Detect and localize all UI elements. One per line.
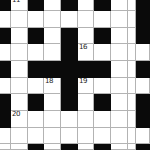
block-cell [28,0,44,11]
letter-cell[interactable] [78,0,94,11]
clue-number: 18 [45,78,53,85]
letter-cell[interactable] [44,28,61,44]
block-cell [28,144,44,150]
letter-cell[interactable] [94,78,111,94]
letter-cell[interactable] [61,128,78,144]
crossword-screenshot: 1116181920 [0,0,150,150]
letter-cell[interactable]: 16 [78,44,94,61]
clue-number: 20 [12,111,20,118]
letter-cell[interactable]: 11 [11,0,28,11]
letter-cell[interactable] [94,44,111,61]
letter-cell[interactable] [128,11,136,28]
letter-cell[interactable] [111,128,128,144]
letter-cell[interactable]: 20 [11,111,28,128]
letter-cell[interactable] [128,44,136,61]
letter-cell[interactable] [78,28,94,44]
letter-cell[interactable] [28,111,44,128]
clue-number: 11 [12,0,20,4]
letter-cell[interactable] [0,11,11,28]
letter-cell[interactable] [44,111,61,128]
letter-cell[interactable] [136,44,150,61]
letter-cell[interactable] [111,28,128,44]
letter-cell[interactable] [11,94,28,111]
letter-cell[interactable] [111,0,128,11]
letter-cell[interactable]: 18 [44,78,61,94]
block-cell [61,44,78,61]
letter-cell[interactable] [136,128,150,144]
letter-cell[interactable] [78,94,94,111]
letter-cell[interactable] [128,128,136,144]
letter-cell[interactable] [0,144,11,150]
letter-cell[interactable] [128,144,136,150]
block-cell [0,111,11,128]
block-cell [136,0,150,11]
block-cell [44,61,61,78]
letter-cell[interactable] [128,61,136,78]
block-cell [61,94,78,111]
letter-cell[interactable] [44,0,61,11]
block-cell [0,61,11,78]
block-cell [94,94,111,111]
letter-cell[interactable] [128,0,136,11]
letter-cell[interactable] [61,11,78,28]
block-cell [78,61,94,78]
block-cell [136,11,150,28]
letter-cell[interactable] [111,44,128,61]
letter-cell[interactable] [128,111,136,128]
letter-cell[interactable] [11,28,28,44]
letter-cell[interactable] [111,61,128,78]
block-cell [136,61,150,78]
letter-cell[interactable] [44,144,61,150]
letter-cell[interactable] [28,78,44,94]
block-cell [136,111,150,128]
letter-cell[interactable] [44,11,61,28]
block-cell [94,0,111,11]
letter-cell[interactable] [44,44,61,61]
letter-cell[interactable] [78,144,94,150]
letter-cell[interactable] [11,61,28,78]
letter-cell[interactable] [111,78,128,94]
block-cell [28,94,44,111]
letter-cell[interactable] [94,128,111,144]
block-cell [28,28,44,44]
clue-number: 19 [79,78,87,85]
letter-cell[interactable] [44,94,61,111]
letter-cell[interactable] [61,111,78,128]
letter-cell[interactable] [94,11,111,28]
letter-cell[interactable] [128,94,136,111]
crossword-grid: 1116181920 [0,0,150,150]
letter-cell[interactable] [11,144,28,150]
letter-cell[interactable] [0,128,11,144]
block-cell [94,144,111,150]
block-cell [61,0,78,11]
block-cell [0,94,11,111]
block-cell [61,61,78,78]
letter-cell[interactable] [111,144,128,150]
block-cell [136,28,150,44]
letter-cell[interactable] [111,111,128,128]
letter-cell[interactable] [28,44,44,61]
letter-cell[interactable] [11,44,28,61]
letter-cell[interactable] [0,44,11,61]
letter-cell[interactable] [44,128,61,144]
block-cell [28,61,44,78]
letter-cell[interactable] [136,78,150,94]
block-cell [136,144,150,150]
block-cell [0,0,11,11]
letter-cell[interactable] [128,78,136,94]
block-cell [61,78,78,94]
letter-cell[interactable] [111,94,128,111]
letter-cell[interactable] [11,78,28,94]
block-cell [136,94,150,111]
letter-cell[interactable] [11,11,28,28]
block-cell [94,61,111,78]
letter-cell[interactable] [78,128,94,144]
letter-cell[interactable] [78,111,94,128]
letter-cell[interactable] [94,111,111,128]
letter-cell[interactable] [28,11,44,28]
letter-cell[interactable] [78,11,94,28]
block-cell [61,144,78,150]
letter-cell[interactable] [0,78,11,94]
letter-cell[interactable]: 19 [78,78,94,94]
letter-cell[interactable] [28,128,44,144]
letter-cell[interactable] [111,11,128,28]
block-cell [61,28,78,44]
letter-cell[interactable] [128,28,136,44]
clue-number: 16 [79,44,87,51]
letter-cell[interactable] [11,128,28,144]
block-cell [0,28,11,44]
block-cell [94,28,111,44]
